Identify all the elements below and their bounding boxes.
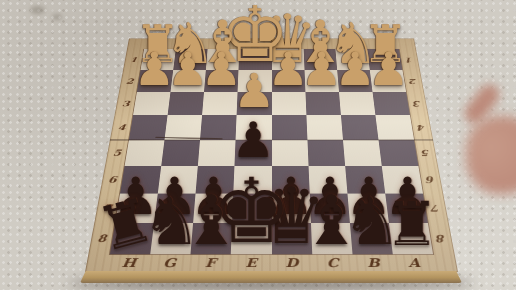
- hand: [458, 76, 516, 180]
- square-b6[interactable]: [345, 166, 385, 194]
- square-g2[interactable]: [171, 70, 206, 92]
- rank-label-3-right: 3: [413, 100, 422, 107]
- square-g4[interactable]: [165, 115, 203, 140]
- file-label-f-near: F: [205, 257, 216, 269]
- square-e6[interactable]: [234, 166, 272, 194]
- square-h7[interactable]: [115, 193, 158, 222]
- file-label-g-far: G: [188, 41, 197, 47]
- square-c6[interactable]: [308, 166, 347, 194]
- square-h8[interactable]: [110, 223, 154, 254]
- square-b5[interactable]: [343, 140, 382, 166]
- rank-label-2-left: 2: [126, 77, 135, 84]
- file-label-f-far: F: [220, 41, 227, 47]
- rank-label-8-right: 8: [436, 233, 447, 243]
- square-e2[interactable]: [238, 70, 272, 92]
- file-label-h-near: H: [121, 257, 137, 269]
- square-f8[interactable]: [191, 223, 233, 254]
- square-g7[interactable]: [154, 193, 196, 222]
- square-f1[interactable]: [206, 49, 240, 70]
- file-label-c-far: C: [315, 41, 323, 47]
- square-b2[interactable]: [337, 70, 372, 92]
- board-front-edge: [80, 271, 462, 283]
- square-g1[interactable]: [173, 49, 207, 70]
- square-c4[interactable]: [306, 115, 343, 140]
- square-f7[interactable]: [193, 193, 233, 222]
- square-h5[interactable]: [125, 140, 165, 166]
- rank-label-4-left: 4: [117, 123, 126, 131]
- square-f5[interactable]: [198, 140, 236, 166]
- square-a7[interactable]: [385, 193, 428, 222]
- file-label-b-far: B: [346, 41, 355, 47]
- square-g5[interactable]: [161, 140, 200, 166]
- hand-palm: [466, 116, 516, 194]
- square-a2[interactable]: [370, 70, 406, 92]
- square-c8[interactable]: [311, 223, 353, 254]
- square-d5[interactable]: [272, 140, 309, 166]
- square-d1[interactable]: [272, 49, 305, 70]
- board-fold-seam: [110, 139, 433, 140]
- square-f6[interactable]: [196, 166, 235, 194]
- file-label-a-far: A: [378, 41, 387, 47]
- rank-label-2-right: 2: [409, 77, 418, 84]
- square-f4[interactable]: [200, 115, 237, 140]
- square-h3[interactable]: [133, 92, 170, 115]
- rank-label-5-left: 5: [112, 148, 121, 156]
- square-e7[interactable]: [232, 193, 271, 222]
- square-g3[interactable]: [168, 92, 205, 115]
- square-f3[interactable]: [202, 92, 238, 115]
- square-a3[interactable]: [372, 92, 409, 115]
- square-e8[interactable]: [231, 223, 271, 254]
- rank-label-3-left: 3: [121, 100, 130, 107]
- board-grid: [110, 49, 433, 254]
- file-label-a-near: A: [408, 257, 421, 269]
- file-label-d-near: D: [285, 257, 298, 269]
- file-label-e-far: E: [252, 41, 260, 47]
- square-c3[interactable]: [305, 92, 341, 115]
- square-h2[interactable]: [137, 70, 173, 92]
- rank-label-1-right: 1: [405, 56, 413, 63]
- scene: HHGGFFEEDDCCBBAA1122334455667788 ♜♞♝♛♚♝♞…: [0, 0, 516, 290]
- square-h1[interactable]: [141, 49, 176, 70]
- square-d2[interactable]: [272, 70, 306, 92]
- square-b7[interactable]: [347, 193, 389, 222]
- square-c5[interactable]: [307, 140, 345, 166]
- chess-board: HHGGFFEEDDCCBBAA1122334455667788: [85, 39, 458, 272]
- file-label-e-near: E: [245, 257, 257, 269]
- square-d3[interactable]: [272, 92, 307, 115]
- square-d4[interactable]: [272, 115, 308, 140]
- rank-label-6-right: 6: [426, 175, 436, 184]
- square-d7[interactable]: [272, 193, 311, 222]
- rank-label-7-left: 7: [102, 203, 112, 212]
- square-a5[interactable]: [378, 140, 418, 166]
- square-a8[interactable]: [389, 223, 433, 254]
- file-label-d-far: D: [283, 41, 292, 47]
- square-a1[interactable]: [367, 49, 402, 70]
- file-label-g-near: G: [163, 257, 177, 269]
- square-b3[interactable]: [339, 92, 376, 115]
- carpet-mark: [52, 14, 62, 20]
- rank-label-6-left: 6: [108, 175, 118, 184]
- file-label-h-far: H: [156, 41, 166, 47]
- square-d8[interactable]: [272, 223, 312, 254]
- square-b1[interactable]: [335, 49, 369, 70]
- square-a6[interactable]: [382, 166, 423, 194]
- square-c1[interactable]: [303, 49, 337, 70]
- carpet-mark: [30, 6, 45, 14]
- square-d6[interactable]: [272, 166, 310, 194]
- file-label-c-near: C: [326, 257, 339, 269]
- square-h6[interactable]: [120, 166, 161, 194]
- square-c2[interactable]: [304, 70, 339, 92]
- square-b4[interactable]: [341, 115, 379, 140]
- square-c7[interactable]: [309, 193, 349, 222]
- square-b8[interactable]: [350, 223, 393, 254]
- square-e1[interactable]: [239, 49, 272, 70]
- square-e3[interactable]: [237, 92, 272, 115]
- rank-label-5-right: 5: [421, 148, 430, 156]
- square-e4[interactable]: [236, 115, 272, 140]
- rank-label-4-right: 4: [417, 123, 426, 131]
- rank-label-1-left: 1: [130, 56, 138, 63]
- square-a4[interactable]: [375, 115, 414, 140]
- rank-label-8-left: 8: [97, 233, 108, 243]
- square-f2[interactable]: [204, 70, 239, 92]
- file-label-b-near: B: [367, 257, 381, 269]
- square-g6[interactable]: [158, 166, 198, 194]
- square-g8[interactable]: [150, 223, 193, 254]
- square-e5[interactable]: [235, 140, 272, 166]
- rank-label-7-right: 7: [431, 203, 441, 212]
- board-frame: HHGGFFEEDDCCBBAA1122334455667788: [85, 39, 458, 272]
